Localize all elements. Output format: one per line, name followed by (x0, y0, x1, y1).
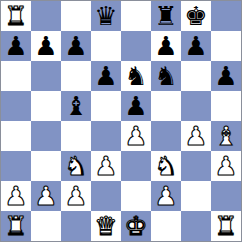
square-d5[interactable] (91, 91, 121, 121)
square-h3[interactable]: ♟ (211, 151, 241, 181)
white-rook-a1[interactable]: ♜ (4, 211, 27, 241)
square-b1[interactable] (31, 211, 61, 241)
square-g4[interactable]: ♟ (181, 121, 211, 151)
white-rook-a8[interactable]: ♜ (4, 1, 27, 31)
black-queen-d8[interactable]: ♛ (94, 1, 117, 31)
black-rook-f8[interactable]: ♜ (154, 1, 177, 31)
square-h8[interactable] (211, 1, 241, 31)
square-a8[interactable]: ♜ (1, 1, 31, 31)
square-b7[interactable]: ♟ (31, 31, 61, 61)
square-g1[interactable] (181, 211, 211, 241)
square-f6[interactable]: ♞ (151, 61, 181, 91)
square-c7[interactable]: ♟ (61, 31, 91, 61)
black-pawn-f7[interactable]: ♟ (154, 31, 177, 61)
square-d1[interactable]: ♛ (91, 211, 121, 241)
square-f2[interactable]: ♟ (151, 181, 181, 211)
square-a5[interactable] (1, 91, 31, 121)
square-e5[interactable]: ♟ (121, 91, 151, 121)
square-f3[interactable]: ♞ (151, 151, 181, 181)
square-d2[interactable] (91, 181, 121, 211)
square-g6[interactable] (181, 61, 211, 91)
white-pawn-b2[interactable]: ♟ (34, 181, 57, 211)
square-g5[interactable] (181, 91, 211, 121)
square-h6[interactable]: ♟ (211, 61, 241, 91)
square-c1[interactable] (61, 211, 91, 241)
white-pawn-a2[interactable]: ♟ (4, 181, 27, 211)
black-pawn-h6[interactable]: ♟ (214, 61, 237, 91)
white-pawn-e4[interactable]: ♟ (124, 121, 147, 151)
white-knight-f3[interactable]: ♞ (154, 151, 177, 181)
square-h1[interactable]: ♜ (211, 211, 241, 241)
square-a2[interactable]: ♟ (1, 181, 31, 211)
square-a7[interactable]: ♟ (1, 31, 31, 61)
black-pawn-c7[interactable]: ♟ (64, 31, 87, 61)
square-a4[interactable] (1, 121, 31, 151)
white-pawn-c2[interactable]: ♟ (64, 181, 87, 211)
square-h4[interactable]: ♝ (211, 121, 241, 151)
black-pawn-a7[interactable]: ♟ (4, 31, 27, 61)
black-pawn-e5[interactable]: ♟ (124, 91, 147, 121)
white-rook-h1[interactable]: ♜ (214, 211, 237, 241)
square-d4[interactable] (91, 121, 121, 151)
square-c2[interactable]: ♟ (61, 181, 91, 211)
square-g2[interactable] (181, 181, 211, 211)
square-b3[interactable] (31, 151, 61, 181)
square-a3[interactable] (1, 151, 31, 181)
square-b8[interactable] (31, 1, 61, 31)
square-e6[interactable]: ♞ (121, 61, 151, 91)
white-queen-d1[interactable]: ♛ (94, 211, 117, 241)
square-h5[interactable] (211, 91, 241, 121)
black-pawn-d6[interactable]: ♟ (94, 61, 117, 91)
square-d6[interactable]: ♟ (91, 61, 121, 91)
square-f5[interactable] (151, 91, 181, 121)
square-b5[interactable] (31, 91, 61, 121)
black-bishop-c5[interactable]: ♝ (64, 91, 87, 121)
square-c8[interactable] (61, 1, 91, 31)
square-g8[interactable]: ♚ (181, 1, 211, 31)
square-e4[interactable]: ♟ (121, 121, 151, 151)
square-g7[interactable]: ♟ (181, 31, 211, 61)
white-knight-c3[interactable]: ♞ (64, 151, 87, 181)
square-f7[interactable]: ♟ (151, 31, 181, 61)
square-c3[interactable]: ♞ (61, 151, 91, 181)
square-g3[interactable] (181, 151, 211, 181)
square-e3[interactable] (121, 151, 151, 181)
black-pawn-g7[interactable]: ♟ (184, 31, 207, 61)
black-knight-e6[interactable]: ♞ (124, 61, 147, 91)
square-e7[interactable] (121, 31, 151, 61)
white-bishop-h4[interactable]: ♝ (214, 121, 237, 151)
black-king-g8[interactable]: ♚ (184, 1, 207, 31)
white-pawn-d3[interactable]: ♟ (94, 151, 117, 181)
square-h2[interactable] (211, 181, 241, 211)
white-pawn-f2[interactable]: ♟ (154, 181, 177, 211)
chess-board: ♜♛♜♚♟♟♟♟♟♟♞♞♟♝♟♟♟♝♞♟♞♟♟♟♟♟♜♛♚♜ (0, 0, 242, 242)
white-pawn-h3[interactable]: ♟ (214, 151, 237, 181)
black-pawn-b7[interactable]: ♟ (34, 31, 57, 61)
square-e1[interactable]: ♚ (121, 211, 151, 241)
square-b6[interactable] (31, 61, 61, 91)
square-c4[interactable] (61, 121, 91, 151)
chess-board-container: ♜♛♜♚♟♟♟♟♟♟♞♞♟♝♟♟♟♝♞♟♞♟♟♟♟♟♜♛♚♜ (0, 0, 242, 242)
square-e8[interactable] (121, 1, 151, 31)
white-pawn-g4[interactable]: ♟ (184, 121, 207, 151)
square-d7[interactable] (91, 31, 121, 61)
square-c6[interactable] (61, 61, 91, 91)
square-d8[interactable]: ♛ (91, 1, 121, 31)
square-d3[interactable]: ♟ (91, 151, 121, 181)
square-b2[interactable]: ♟ (31, 181, 61, 211)
square-c5[interactable]: ♝ (61, 91, 91, 121)
white-king-e1[interactable]: ♚ (124, 211, 147, 241)
square-f8[interactable]: ♜ (151, 1, 181, 31)
square-a6[interactable] (1, 61, 31, 91)
square-f1[interactable] (151, 211, 181, 241)
square-e2[interactable] (121, 181, 151, 211)
square-b4[interactable] (31, 121, 61, 151)
black-knight-f6[interactable]: ♞ (154, 61, 177, 91)
square-h7[interactable] (211, 31, 241, 61)
square-a1[interactable]: ♜ (1, 211, 31, 241)
square-f4[interactable] (151, 121, 181, 151)
